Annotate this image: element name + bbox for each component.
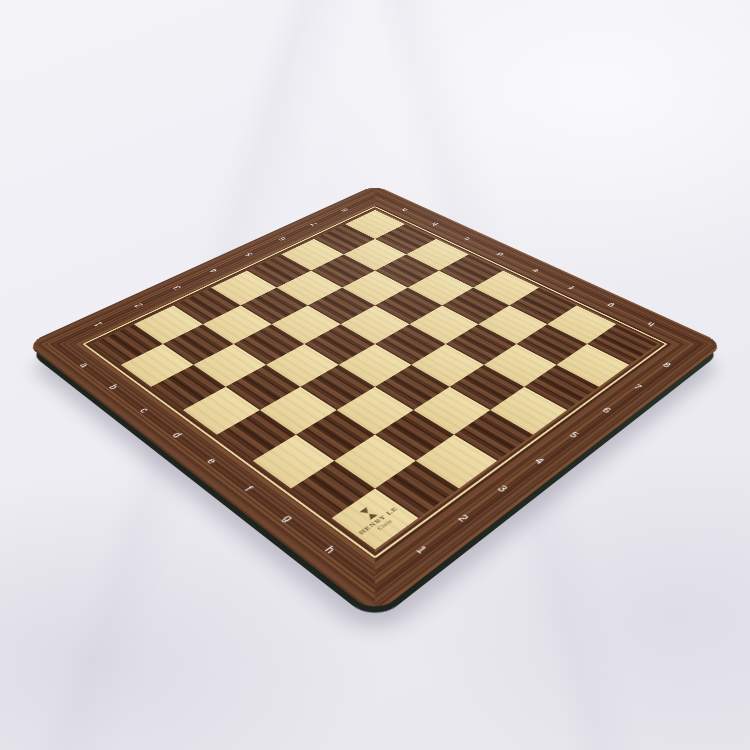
photo-backdrop: aa11bb22cc33dd44ee55ff66gg77hh88 HENRY L…: [0, 0, 750, 750]
chess-board: aa11bb22cc33dd44ee55ff66gg77hh88 HENRY L…: [26, 185, 725, 615]
